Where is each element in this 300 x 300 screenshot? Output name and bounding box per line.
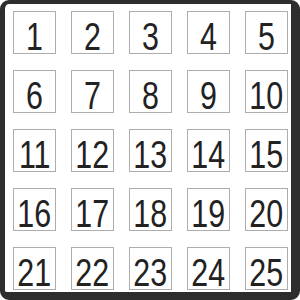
cell-number: 14 [192,136,226,174]
cell-25[interactable]: 25 [245,247,288,290]
cell-number: 23 [134,254,168,292]
cell-13[interactable]: 13 [129,129,172,172]
cell-number: 10 [250,77,284,115]
cell-number: 24 [192,254,226,292]
cell-17[interactable]: 17 [71,188,114,231]
board-frame: 1 2 3 4 5 6 7 8 9 10 11 12 13 14 15 16 1… [0,0,300,300]
cell-6[interactable]: 6 [13,70,56,113]
cell-number: 19 [192,195,226,233]
cell-20[interactable]: 20 [245,188,288,231]
cell-16[interactable]: 16 [13,188,56,231]
cell-8[interactable]: 8 [129,70,172,113]
cell-4[interactable]: 4 [187,11,230,54]
cell-number: 3 [142,18,159,56]
cell-23[interactable]: 23 [129,247,172,290]
cell-number: 13 [134,136,168,174]
cell-7[interactable]: 7 [71,70,114,113]
cell-number: 18 [134,195,168,233]
number-grid: 1 2 3 4 5 6 7 8 9 10 11 12 13 14 15 16 1… [5,4,291,290]
cell-number: 8 [142,77,159,115]
cell-number: 7 [84,77,101,115]
cell-10[interactable]: 10 [245,70,288,113]
cell-number: 5 [258,18,275,56]
cell-22[interactable]: 22 [71,247,114,290]
cell-number: 25 [250,254,284,292]
cell-number: 20 [250,195,284,233]
cell-12[interactable]: 12 [71,129,114,172]
cell-14[interactable]: 14 [187,129,230,172]
cell-number: 9 [200,77,217,115]
cell-24[interactable]: 24 [187,247,230,290]
cell-1[interactable]: 1 [13,11,56,54]
cell-number: 2 [84,18,101,56]
cell-number: 6 [26,77,43,115]
cell-number: 16 [18,195,52,233]
cell-number: 17 [76,195,110,233]
cell-number: 11 [19,136,51,174]
cell-18[interactable]: 18 [129,188,172,231]
cell-number: 1 [26,18,43,56]
cell-9[interactable]: 9 [187,70,230,113]
cell-number: 4 [200,18,217,56]
cell-2[interactable]: 2 [71,11,114,54]
cell-19[interactable]: 19 [187,188,230,231]
cell-number: 12 [76,136,110,174]
cell-5[interactable]: 5 [245,11,288,54]
cell-3[interactable]: 3 [129,11,172,54]
cell-15[interactable]: 15 [245,129,288,172]
cell-number: 15 [250,136,284,174]
cell-21[interactable]: 21 [13,247,56,290]
cell-number: 22 [76,254,110,292]
cell-11[interactable]: 11 [13,129,56,172]
cell-number: 21 [18,254,52,292]
